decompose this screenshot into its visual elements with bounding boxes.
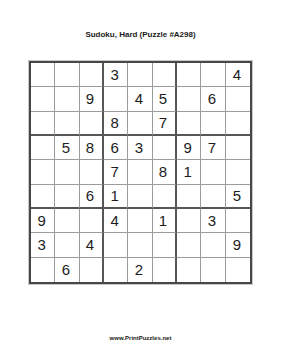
cell-r4c3-given: 8 — [80, 136, 104, 160]
cell-r7c9-empty — [226, 209, 250, 233]
cell-r1c8-empty — [201, 63, 225, 87]
footer-url: www.PrintPuzzles.net — [0, 334, 281, 342]
cell-r9c2-given: 6 — [55, 258, 79, 282]
cell-r3c2-empty — [55, 112, 79, 136]
cell-r3c1-empty — [31, 112, 55, 136]
cell-r3c5-empty — [128, 112, 152, 136]
cell-r7c6-given: 1 — [153, 209, 177, 233]
cell-r1c1-empty — [31, 63, 55, 87]
cell-r6c7-empty — [177, 185, 201, 209]
cell-r4c5-given: 3 — [128, 136, 152, 160]
cell-r2c2-empty — [55, 87, 79, 111]
cell-r6c9-given: 5 — [226, 185, 250, 209]
cell-r3c6-given: 7 — [153, 112, 177, 136]
cell-r3c3-empty — [80, 112, 104, 136]
cell-r3c7-empty — [177, 112, 201, 136]
cell-r9c9-empty — [226, 258, 250, 282]
cell-r6c1-empty — [31, 185, 55, 209]
cell-r7c4-given: 4 — [104, 209, 128, 233]
cell-r3c9-empty — [226, 112, 250, 136]
cell-r1c5-empty — [128, 63, 152, 87]
cell-r1c9-given: 4 — [226, 63, 250, 87]
cell-r9c7-empty — [177, 258, 201, 282]
cell-r8c4-empty — [104, 233, 128, 257]
cell-r6c6-empty — [153, 185, 177, 209]
cell-r5c5-empty — [128, 160, 152, 184]
cell-r5c8-empty — [201, 160, 225, 184]
cell-r4c8-given: 7 — [201, 136, 225, 160]
cell-r9c3-empty — [80, 258, 104, 282]
sudoku-board: 34945687586397781615941334962 — [29, 61, 252, 284]
cell-r9c5-given: 2 — [128, 258, 152, 282]
cell-r5c6-given: 8 — [153, 160, 177, 184]
cell-r4c2-given: 5 — [55, 136, 79, 160]
cell-r5c7-given: 1 — [177, 160, 201, 184]
cell-r6c2-empty — [55, 185, 79, 209]
cell-r1c3-empty — [80, 63, 104, 87]
cell-r8c1-given: 3 — [31, 233, 55, 257]
cell-r8c7-empty — [177, 233, 201, 257]
cell-r5c1-empty — [31, 160, 55, 184]
sudoku-page: Sudoku, Hard (Puzzle #A298) 349456875863… — [0, 0, 281, 363]
cell-r7c2-empty — [55, 209, 79, 233]
cell-r7c7-empty — [177, 209, 201, 233]
cell-r7c8-given: 3 — [201, 209, 225, 233]
cell-r8c8-empty — [201, 233, 225, 257]
cell-r7c3-empty — [80, 209, 104, 233]
cell-r6c8-empty — [201, 185, 225, 209]
cell-r3c4-given: 8 — [104, 112, 128, 136]
cell-r2c7-empty — [177, 87, 201, 111]
cell-r6c4-given: 1 — [104, 185, 128, 209]
cell-r8c9-given: 9 — [226, 233, 250, 257]
cell-r4c4-given: 6 — [104, 136, 128, 160]
page-title: Sudoku, Hard (Puzzle #A298) — [0, 30, 281, 40]
cell-r3c8-empty — [201, 112, 225, 136]
cell-r7c5-empty — [128, 209, 152, 233]
cell-r5c9-empty — [226, 160, 250, 184]
cell-r1c4-given: 3 — [104, 63, 128, 87]
cell-r8c6-empty — [153, 233, 177, 257]
cell-r2c3-given: 9 — [80, 87, 104, 111]
cell-r2c6-given: 5 — [153, 87, 177, 111]
cell-r2c8-given: 6 — [201, 87, 225, 111]
cell-r2c5-given: 4 — [128, 87, 152, 111]
cell-r6c5-empty — [128, 185, 152, 209]
cell-r8c2-empty — [55, 233, 79, 257]
cell-r9c4-empty — [104, 258, 128, 282]
cell-r4c1-empty — [31, 136, 55, 160]
cell-r5c3-empty — [80, 160, 104, 184]
cell-r2c4-empty — [104, 87, 128, 111]
cell-r1c6-empty — [153, 63, 177, 87]
cell-r9c6-empty — [153, 258, 177, 282]
cell-r4c6-empty — [153, 136, 177, 160]
cell-r5c2-empty — [55, 160, 79, 184]
cell-r4c7-given: 9 — [177, 136, 201, 160]
cell-r4c9-empty — [226, 136, 250, 160]
cell-r2c9-empty — [226, 87, 250, 111]
cell-r1c7-empty — [177, 63, 201, 87]
cell-r9c1-empty — [31, 258, 55, 282]
cell-r8c5-empty — [128, 233, 152, 257]
cell-r2c1-empty — [31, 87, 55, 111]
cell-r1c2-empty — [55, 63, 79, 87]
cell-r9c8-empty — [201, 258, 225, 282]
cell-r6c3-given: 6 — [80, 185, 104, 209]
cell-r5c4-given: 7 — [104, 160, 128, 184]
cell-r7c1-given: 9 — [31, 209, 55, 233]
cell-r8c3-given: 4 — [80, 233, 104, 257]
